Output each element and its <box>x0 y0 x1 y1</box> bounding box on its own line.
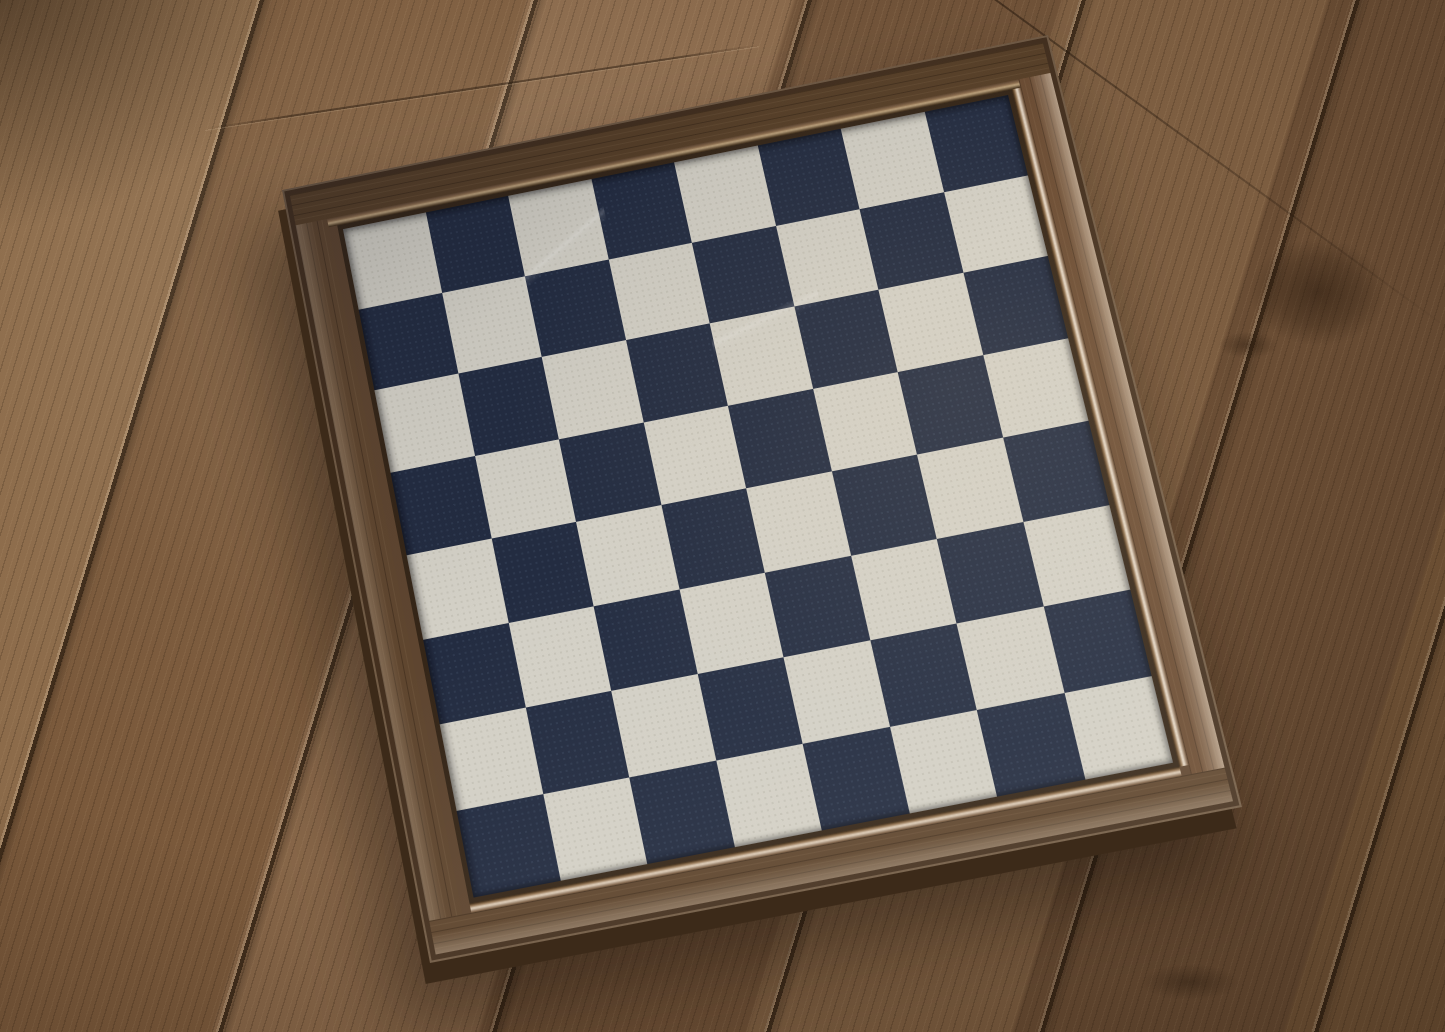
square-a4[interactable] <box>407 539 509 640</box>
square-b5[interactable] <box>474 439 576 539</box>
square-a2[interactable] <box>440 708 543 811</box>
square-a3[interactable] <box>423 623 525 725</box>
scene <box>0 0 1445 1032</box>
square-b4[interactable] <box>491 522 593 623</box>
square-a1[interactable] <box>457 794 561 898</box>
square-a5[interactable] <box>390 456 491 556</box>
